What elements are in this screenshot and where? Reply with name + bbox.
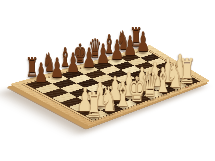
- product-photo-scene: ♜♞♝♛♚♝♞♜♟♟♟♟♟♟♟♟♟♟♟♟♟♟♟♟♜♞♝♛♚♝♞♜: [0, 0, 215, 161]
- black-queen-piece: ♛: [88, 35, 101, 61]
- black-bishop-piece: ♝: [102, 31, 115, 57]
- black-king-piece: ♚: [74, 40, 87, 66]
- board-frame: [10, 45, 210, 126]
- board-grid: [25, 50, 200, 121]
- black-knight-piece: ♞: [116, 27, 129, 53]
- chess-board: [10, 45, 210, 126]
- black-rook-piece: ♜: [129, 24, 142, 50]
- maker-stamp-icon: [185, 87, 189, 89]
